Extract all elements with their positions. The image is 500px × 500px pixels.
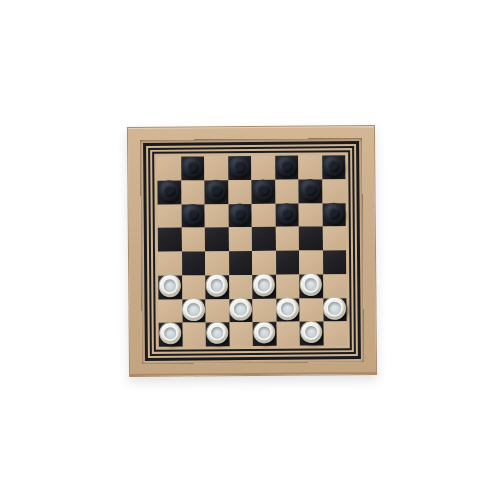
black-piece[interactable] xyxy=(276,156,297,177)
white-piece[interactable] xyxy=(276,297,299,320)
square-r6c8 xyxy=(323,274,347,298)
white-piece[interactable] xyxy=(299,273,322,296)
white-piece[interactable] xyxy=(300,321,323,344)
checkers-board xyxy=(127,125,377,377)
square-r8c6 xyxy=(276,322,300,346)
white-piece[interactable] xyxy=(158,274,181,297)
square-r7c1 xyxy=(158,299,182,323)
square-r8c1[interactable] xyxy=(159,323,183,347)
square-r5c5 xyxy=(252,251,276,275)
square-r1c7 xyxy=(298,155,322,179)
square-r6c4 xyxy=(229,275,253,299)
white-piece[interactable] xyxy=(182,298,205,321)
square-r4c4 xyxy=(228,227,252,251)
square-r1c6[interactable] xyxy=(275,156,299,180)
square-r3c7 xyxy=(299,203,323,227)
square-r2c4 xyxy=(228,180,252,204)
square-r5c1 xyxy=(158,252,182,276)
square-r7c8[interactable] xyxy=(323,298,347,322)
black-piece[interactable] xyxy=(182,204,203,225)
square-r3c1 xyxy=(158,204,182,228)
square-r1c5 xyxy=(251,156,275,180)
square-r5c4[interactable] xyxy=(229,251,253,275)
square-r8c3[interactable] xyxy=(206,322,230,346)
square-r7c7 xyxy=(299,298,323,322)
square-r2c7[interactable] xyxy=(298,179,322,203)
border-line-thick xyxy=(143,141,361,361)
square-r7c5 xyxy=(252,298,276,322)
square-r7c3 xyxy=(205,299,229,323)
square-r6c6 xyxy=(276,274,300,298)
square-r5c8[interactable] xyxy=(322,250,346,274)
black-piece[interactable] xyxy=(205,180,226,201)
square-r3c4[interactable] xyxy=(228,204,252,228)
square-r2c6 xyxy=(275,179,299,203)
black-piece[interactable] xyxy=(182,157,203,178)
square-r8c5[interactable] xyxy=(253,322,277,346)
white-piece[interactable] xyxy=(253,321,276,344)
photo-background xyxy=(0,0,500,500)
square-r3c5 xyxy=(252,203,276,227)
black-piece[interactable] xyxy=(276,203,297,224)
square-r3c6[interactable] xyxy=(275,203,299,227)
square-r4c6 xyxy=(275,227,299,251)
square-r2c8 xyxy=(322,179,346,203)
square-r4c7[interactable] xyxy=(299,227,323,251)
white-piece[interactable] xyxy=(323,297,346,320)
white-piece[interactable] xyxy=(159,322,182,345)
square-r8c2 xyxy=(182,323,206,347)
square-r6c5[interactable] xyxy=(252,275,276,299)
square-r4c3[interactable] xyxy=(205,227,229,251)
square-r1c2[interactable] xyxy=(181,156,205,180)
square-r4c2 xyxy=(181,228,205,252)
square-r4c8 xyxy=(322,226,346,250)
square-r4c5[interactable] xyxy=(252,227,276,251)
square-r3c8[interactable] xyxy=(322,203,346,227)
square-r6c2 xyxy=(182,275,206,299)
square-r5c2[interactable] xyxy=(182,251,206,275)
white-piece[interactable] xyxy=(205,274,228,297)
square-r3c3 xyxy=(205,204,229,228)
square-r1c4[interactable] xyxy=(228,156,252,180)
square-r6c1[interactable] xyxy=(158,275,182,299)
square-r2c2 xyxy=(181,180,205,204)
white-piece[interactable] xyxy=(229,298,252,321)
square-r7c2[interactable] xyxy=(182,299,206,323)
square-r5c6[interactable] xyxy=(275,251,299,275)
square-r1c3 xyxy=(204,156,228,180)
square-r8c8 xyxy=(323,321,347,345)
black-piece[interactable] xyxy=(158,181,179,202)
white-piece[interactable] xyxy=(206,322,229,345)
black-piece[interactable] xyxy=(252,180,273,201)
border-line-thin-inner xyxy=(152,150,352,352)
board-surface xyxy=(140,138,364,364)
square-r5c3 xyxy=(205,251,229,275)
board-grid xyxy=(157,155,347,347)
black-piece[interactable] xyxy=(299,179,320,200)
black-piece[interactable] xyxy=(229,156,250,177)
square-r4c1[interactable] xyxy=(158,228,182,252)
black-piece[interactable] xyxy=(323,155,344,176)
square-r1c1 xyxy=(157,157,181,181)
square-r2c5[interactable] xyxy=(251,180,275,204)
black-piece[interactable] xyxy=(323,203,344,224)
square-r6c7[interactable] xyxy=(299,274,323,298)
square-r2c1[interactable] xyxy=(157,180,181,204)
square-r7c6[interactable] xyxy=(276,298,300,322)
square-r1c8[interactable] xyxy=(322,155,346,179)
white-piece[interactable] xyxy=(252,274,275,297)
square-r2c3[interactable] xyxy=(204,180,228,204)
square-r8c7[interactable] xyxy=(300,322,324,346)
square-r6c3[interactable] xyxy=(205,275,229,299)
square-r3c2[interactable] xyxy=(181,204,205,228)
black-piece[interactable] xyxy=(229,204,250,225)
square-r5c7 xyxy=(299,250,323,274)
square-r7c4[interactable] xyxy=(229,298,253,322)
border-line-thin-outer xyxy=(148,146,356,356)
square-r8c4 xyxy=(229,322,253,346)
